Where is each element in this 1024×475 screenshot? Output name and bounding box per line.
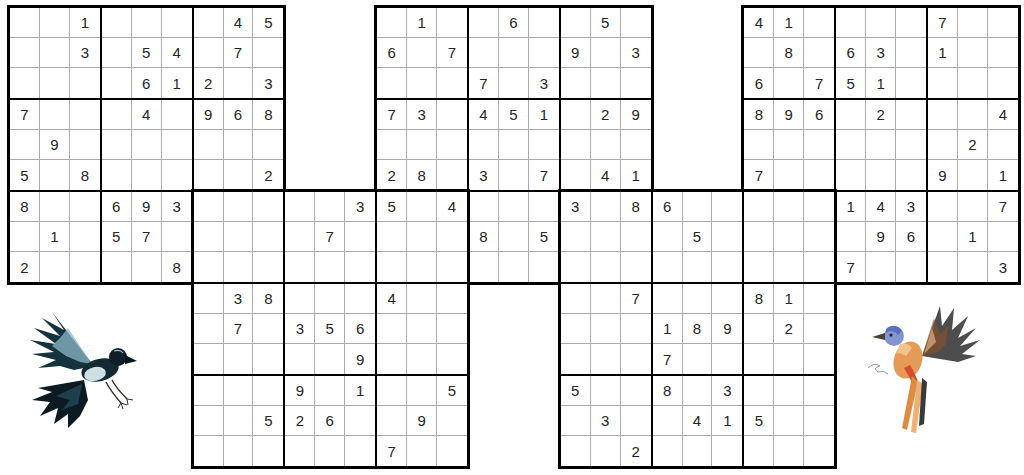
sudoku-cell[interactable] <box>958 8 988 38</box>
sudoku-cell[interactable] <box>315 192 345 222</box>
sudoku-cell[interactable] <box>928 222 958 252</box>
sudoku-cell[interactable] <box>836 8 866 38</box>
sudoku-cell[interactable] <box>194 38 224 68</box>
sudoku-cell[interactable] <box>285 252 315 282</box>
sudoku-cell[interactable] <box>285 436 315 466</box>
sudoku-cell[interactable]: 2 <box>958 130 988 160</box>
sudoku-cell[interactable]: 3 <box>529 68 559 98</box>
sudoku-cell[interactable]: 1 <box>653 314 683 344</box>
sudoku-cell[interactable] <box>437 406 467 436</box>
sudoku-cell[interactable]: 8 <box>253 100 283 130</box>
sudoku-cell[interactable] <box>102 100 132 130</box>
sudoku-cell[interactable]: 6 <box>315 406 345 436</box>
sudoku-cell[interactable] <box>377 376 407 406</box>
sudoku-cell[interactable] <box>653 222 683 252</box>
sudoku-cell[interactable]: 5 <box>683 222 713 252</box>
sudoku-cell[interactable]: 3 <box>285 314 315 344</box>
sudoku-cell[interactable]: 4 <box>591 160 621 190</box>
sudoku-cell[interactable]: 7 <box>836 252 866 282</box>
sudoku-cell[interactable]: 8 <box>744 284 774 314</box>
sudoku-cell[interactable]: 4 <box>132 100 162 130</box>
sudoku-cell[interactable] <box>132 160 162 190</box>
sudoku-cell[interactable] <box>377 130 407 160</box>
sudoku-cell[interactable]: 7 <box>315 222 345 252</box>
sudoku-cell[interactable]: 1 <box>345 376 375 406</box>
sudoku-cell[interactable]: 8 <box>744 100 774 130</box>
sudoku-cell[interactable]: 1 <box>621 160 651 190</box>
sudoku-cell[interactable] <box>744 344 774 374</box>
sudoku-cell[interactable] <box>591 284 621 314</box>
sudoku-cell[interactable]: 7 <box>377 100 407 130</box>
sudoku-cell[interactable]: 7 <box>132 222 162 252</box>
sudoku-cell[interactable]: 6 <box>804 100 834 130</box>
sudoku-cell[interactable]: 3 <box>224 284 254 314</box>
sudoku-cell[interactable] <box>561 160 591 190</box>
sudoku-cell[interactable] <box>621 8 651 38</box>
sudoku-cell[interactable] <box>437 68 467 98</box>
sudoku-cell[interactable]: 3 <box>866 38 896 68</box>
sudoku-cell[interactable] <box>958 68 988 98</box>
sudoku-cell[interactable] <box>683 252 713 282</box>
sudoku-cell[interactable]: 9 <box>132 192 162 222</box>
sudoku-cell[interactable] <box>469 252 499 282</box>
sudoku-cell[interactable] <box>529 8 559 38</box>
sudoku-cell[interactable]: 5 <box>253 8 283 38</box>
sudoku-cell[interactable] <box>40 252 70 282</box>
sudoku-cell[interactable]: 1 <box>928 38 958 68</box>
sudoku-cell[interactable] <box>345 406 375 436</box>
sudoku-cell[interactable] <box>253 38 283 68</box>
sudoku-cell[interactable] <box>591 192 621 222</box>
sudoku-cell[interactable] <box>40 38 70 68</box>
sudoku-cell[interactable]: 1 <box>988 160 1018 190</box>
sudoku-cell[interactable] <box>561 222 591 252</box>
sudoku-cell[interactable] <box>896 160 926 190</box>
sudoku-cell[interactable]: 2 <box>253 160 283 190</box>
sudoku-cell[interactable] <box>469 8 499 38</box>
sudoku-cell[interactable] <box>499 160 529 190</box>
sudoku-cell[interactable] <box>804 192 834 222</box>
sudoku-cell[interactable] <box>253 192 283 222</box>
sudoku-cell[interactable] <box>285 192 315 222</box>
sudoku-cell[interactable] <box>804 376 834 406</box>
sudoku-cell[interactable]: 2 <box>194 68 224 98</box>
sudoku-cell[interactable]: 3 <box>561 192 591 222</box>
sudoku-cell[interactable]: 4 <box>866 192 896 222</box>
sudoku-cell[interactable] <box>683 436 713 466</box>
sudoku-cell[interactable] <box>377 314 407 344</box>
sudoku-cell[interactable] <box>804 130 834 160</box>
sudoku-cell[interactable] <box>345 252 375 282</box>
sudoku-cell[interactable] <box>804 436 834 466</box>
sudoku-cell[interactable] <box>437 8 467 38</box>
sudoku-cell[interactable] <box>988 38 1018 68</box>
sudoku-cell[interactable]: 9 <box>407 406 437 436</box>
sudoku-cell[interactable]: 4 <box>744 8 774 38</box>
sudoku-cell[interactable] <box>194 314 224 344</box>
sudoku-cell[interactable] <box>162 8 192 38</box>
sudoku-cell[interactable]: 7 <box>621 284 651 314</box>
sudoku-cell[interactable]: 9 <box>928 160 958 190</box>
sudoku-cell[interactable] <box>804 406 834 436</box>
sudoku-cell[interactable] <box>407 130 437 160</box>
sudoku-cell[interactable]: 7 <box>653 344 683 374</box>
sudoku-cell[interactable] <box>744 376 774 406</box>
sudoku-cell[interactable] <box>774 344 804 374</box>
sudoku-cell[interactable] <box>529 252 559 282</box>
sudoku-cell[interactable] <box>591 344 621 374</box>
sudoku-cell[interactable] <box>407 38 437 68</box>
sudoku-cell[interactable] <box>377 222 407 252</box>
sudoku-cell[interactable] <box>529 38 559 68</box>
sudoku-cell[interactable] <box>162 100 192 130</box>
sudoku-cell[interactable] <box>40 160 70 190</box>
sudoku-cell[interactable] <box>499 130 529 160</box>
sudoku-cell[interactable]: 3 <box>70 38 100 68</box>
sudoku-cell[interactable]: 5 <box>315 314 345 344</box>
sudoku-cell[interactable] <box>224 130 254 160</box>
sudoku-cell[interactable] <box>377 252 407 282</box>
sudoku-cell[interactable] <box>253 222 283 252</box>
sudoku-cell[interactable] <box>804 222 834 252</box>
sudoku-cell[interactable]: 6 <box>345 314 375 344</box>
sudoku-cell[interactable] <box>896 68 926 98</box>
sudoku-cell[interactable]: 3 <box>988 252 1018 282</box>
sudoku-cell[interactable] <box>712 344 742 374</box>
sudoku-cell[interactable] <box>561 68 591 98</box>
sudoku-cell[interactable]: 6 <box>836 38 866 68</box>
sudoku-cell[interactable]: 6 <box>224 100 254 130</box>
sudoku-cell[interactable]: 4 <box>469 100 499 130</box>
sudoku-cell[interactable] <box>774 192 804 222</box>
sudoku-cell[interactable] <box>561 284 591 314</box>
sudoku-cell[interactable] <box>224 436 254 466</box>
sudoku-cell[interactable]: 2 <box>377 160 407 190</box>
sudoku-cell[interactable] <box>591 436 621 466</box>
sudoku-cell[interactable] <box>162 130 192 160</box>
sudoku-cell[interactable]: 6 <box>499 8 529 38</box>
sudoku-cell[interactable] <box>804 38 834 68</box>
sudoku-cell[interactable] <box>102 130 132 160</box>
sudoku-cell[interactable]: 5 <box>102 222 132 252</box>
sudoku-cell[interactable] <box>621 314 651 344</box>
sudoku-cell[interactable]: 3 <box>162 192 192 222</box>
sudoku-cell[interactable] <box>836 130 866 160</box>
sudoku-cell[interactable] <box>804 284 834 314</box>
sudoku-cell[interactable]: 3 <box>621 38 651 68</box>
sudoku-cell[interactable]: 7 <box>224 38 254 68</box>
sudoku-cell[interactable] <box>40 68 70 98</box>
sudoku-cell[interactable] <box>499 222 529 252</box>
sudoku-cell[interactable]: 8 <box>70 160 100 190</box>
sudoku-cell[interactable] <box>621 252 651 282</box>
sudoku-cell[interactable] <box>407 68 437 98</box>
sudoku-cell[interactable] <box>70 192 100 222</box>
sudoku-cell[interactable]: 3 <box>896 192 926 222</box>
sudoku-cell[interactable] <box>224 192 254 222</box>
sudoku-cell[interactable] <box>683 344 713 374</box>
sudoku-cell[interactable] <box>102 38 132 68</box>
sudoku-cell[interactable]: 6 <box>377 38 407 68</box>
sudoku-cell[interactable] <box>804 160 834 190</box>
sudoku-cell[interactable] <box>958 252 988 282</box>
sudoku-cell[interactable] <box>102 252 132 282</box>
sudoku-cell[interactable] <box>224 160 254 190</box>
sudoku-cell[interactable]: 5 <box>836 68 866 98</box>
sudoku-cell[interactable] <box>253 314 283 344</box>
sudoku-cell[interactable] <box>744 222 774 252</box>
sudoku-cell[interactable] <box>683 284 713 314</box>
sudoku-cell[interactable]: 1 <box>40 222 70 252</box>
sudoku-cell[interactable] <box>499 252 529 282</box>
sudoku-cell[interactable] <box>345 222 375 252</box>
sudoku-cell[interactable] <box>253 252 283 282</box>
sudoku-cell[interactable] <box>162 160 192 190</box>
sudoku-cell[interactable] <box>377 344 407 374</box>
sudoku-cell[interactable]: 9 <box>561 38 591 68</box>
sudoku-cell[interactable] <box>896 100 926 130</box>
sudoku-cell[interactable] <box>40 100 70 130</box>
sudoku-cell[interactable] <box>285 284 315 314</box>
sudoku-cell[interactable]: 1 <box>774 284 804 314</box>
sudoku-cell[interactable] <box>377 8 407 38</box>
sudoku-cell[interactable]: 7 <box>529 160 559 190</box>
sudoku-cell[interactable] <box>132 130 162 160</box>
sudoku-cell[interactable]: 9 <box>712 314 742 344</box>
sudoku-cell[interactable]: 5 <box>529 222 559 252</box>
sudoku-cell[interactable] <box>315 284 345 314</box>
sudoku-cell[interactable] <box>315 376 345 406</box>
sudoku-cell[interactable] <box>774 68 804 98</box>
sudoku-cell[interactable]: 8 <box>653 376 683 406</box>
sudoku-cell[interactable] <box>10 68 40 98</box>
sudoku-cell[interactable] <box>621 130 651 160</box>
sudoku-cell[interactable]: 1 <box>712 406 742 436</box>
sudoku-cell[interactable] <box>194 160 224 190</box>
sudoku-cell[interactable] <box>896 130 926 160</box>
sudoku-cell[interactable] <box>499 192 529 222</box>
sudoku-cell[interactable] <box>836 100 866 130</box>
sudoku-cell[interactable] <box>315 436 345 466</box>
sudoku-cell[interactable] <box>253 376 283 406</box>
sudoku-cell[interactable]: 1 <box>529 100 559 130</box>
sudoku-cell[interactable] <box>561 314 591 344</box>
sudoku-cell[interactable]: 2 <box>774 314 804 344</box>
sudoku-cell[interactable] <box>437 222 467 252</box>
sudoku-cell[interactable] <box>437 436 467 466</box>
sudoku-cell[interactable] <box>774 406 804 436</box>
sudoku-cell[interactable] <box>744 38 774 68</box>
sudoku-cell[interactable] <box>194 8 224 38</box>
sudoku-cell[interactable]: 1 <box>774 8 804 38</box>
sudoku-cell[interactable] <box>774 160 804 190</box>
sudoku-cell[interactable]: 9 <box>774 100 804 130</box>
sudoku-cell[interactable] <box>437 130 467 160</box>
sudoku-cell[interactable]: 1 <box>836 192 866 222</box>
sudoku-cell[interactable]: 8 <box>621 192 651 222</box>
sudoku-cell[interactable]: 8 <box>469 222 499 252</box>
sudoku-cell[interactable]: 8 <box>683 314 713 344</box>
sudoku-cell[interactable] <box>653 284 683 314</box>
sudoku-cell[interactable] <box>10 222 40 252</box>
sudoku-cell[interactable]: 9 <box>40 130 70 160</box>
sudoku-cell[interactable]: 4 <box>683 406 713 436</box>
sudoku-cell[interactable] <box>621 68 651 98</box>
sudoku-cell[interactable] <box>469 38 499 68</box>
sudoku-cell[interactable]: 6 <box>744 68 774 98</box>
sudoku-cell[interactable] <box>377 68 407 98</box>
sudoku-cell[interactable] <box>896 252 926 282</box>
sudoku-cell[interactable] <box>804 8 834 38</box>
sudoku-cell[interactable] <box>621 406 651 436</box>
sudoku-cell[interactable] <box>437 344 467 374</box>
sudoku-cell[interactable]: 8 <box>162 252 192 282</box>
sudoku-cell[interactable]: 7 <box>928 8 958 38</box>
sudoku-cell[interactable]: 7 <box>224 314 254 344</box>
sudoku-cell[interactable] <box>437 314 467 344</box>
sudoku-cell[interactable]: 5 <box>253 406 283 436</box>
sudoku-cell[interactable] <box>253 344 283 374</box>
sudoku-cell[interactable] <box>40 192 70 222</box>
sudoku-cell[interactable] <box>315 252 345 282</box>
sudoku-cell[interactable] <box>437 252 467 282</box>
sudoku-cell[interactable] <box>194 130 224 160</box>
sudoku-cell[interactable] <box>591 314 621 344</box>
sudoku-cell[interactable]: 6 <box>132 68 162 98</box>
sudoku-cell[interactable] <box>591 252 621 282</box>
sudoku-cell[interactable]: 3 <box>253 68 283 98</box>
sudoku-cell[interactable]: 2 <box>621 436 651 466</box>
sudoku-cell[interactable]: 2 <box>591 100 621 130</box>
sudoku-cell[interactable] <box>774 130 804 160</box>
sudoku-cell[interactable] <box>253 436 283 466</box>
sudoku-cell[interactable]: 3 <box>712 376 742 406</box>
sudoku-cell[interactable] <box>836 222 866 252</box>
sudoku-cell[interactable] <box>958 160 988 190</box>
sudoku-cell[interactable] <box>988 8 1018 38</box>
sudoku-cell[interactable]: 3 <box>345 192 375 222</box>
sudoku-cell[interactable] <box>345 284 375 314</box>
sudoku-cell[interactable] <box>928 252 958 282</box>
sudoku-cell[interactable] <box>561 252 591 282</box>
sudoku-cell[interactable] <box>194 284 224 314</box>
sudoku-cell[interactable] <box>499 38 529 68</box>
sudoku-cell[interactable] <box>712 436 742 466</box>
sudoku-cell[interactable] <box>653 406 683 436</box>
sudoku-cell[interactable]: 7 <box>10 100 40 130</box>
sudoku-cell[interactable] <box>866 160 896 190</box>
sudoku-cell[interactable]: 2 <box>285 406 315 436</box>
sudoku-cell[interactable] <box>437 160 467 190</box>
sudoku-cell[interactable] <box>132 252 162 282</box>
sudoku-cell[interactable] <box>407 252 437 282</box>
sudoku-cell[interactable]: 9 <box>621 100 651 130</box>
sudoku-cell[interactable]: 5 <box>377 192 407 222</box>
sudoku-cell[interactable] <box>407 344 437 374</box>
sudoku-cell[interactable] <box>653 436 683 466</box>
sudoku-cell[interactable]: 5 <box>591 8 621 38</box>
sudoku-cell[interactable] <box>10 8 40 38</box>
sudoku-cell[interactable]: 5 <box>132 38 162 68</box>
sudoku-cell[interactable] <box>621 376 651 406</box>
sudoku-cell[interactable] <box>407 284 437 314</box>
sudoku-cell[interactable]: 7 <box>804 68 834 98</box>
sudoku-cell[interactable] <box>958 100 988 130</box>
sudoku-cell[interactable] <box>866 252 896 282</box>
sudoku-cell[interactable] <box>712 252 742 282</box>
sudoku-cell[interactable] <box>744 436 774 466</box>
sudoku-cell[interactable]: 4 <box>988 100 1018 130</box>
sudoku-cell[interactable]: 6 <box>102 192 132 222</box>
sudoku-cell[interactable] <box>744 130 774 160</box>
sudoku-cell[interactable] <box>774 252 804 282</box>
sudoku-cell[interactable] <box>591 68 621 98</box>
sudoku-cell[interactable] <box>621 222 651 252</box>
sudoku-cell[interactable] <box>744 192 774 222</box>
sudoku-cell[interactable]: 3 <box>591 406 621 436</box>
sudoku-cell[interactable] <box>194 376 224 406</box>
sudoku-cell[interactable] <box>712 284 742 314</box>
sudoku-cell[interactable] <box>40 8 70 38</box>
sudoku-cell[interactable]: 4 <box>437 192 467 222</box>
sudoku-cell[interactable] <box>561 130 591 160</box>
sudoku-cell[interactable] <box>437 284 467 314</box>
sudoku-cell[interactable]: 2 <box>866 100 896 130</box>
sudoku-cell[interactable] <box>285 222 315 252</box>
sudoku-cell[interactable]: 8 <box>10 192 40 222</box>
sudoku-cell[interactable]: 7 <box>744 160 774 190</box>
sudoku-cell[interactable]: 8 <box>407 160 437 190</box>
sudoku-cell[interactable] <box>102 8 132 38</box>
sudoku-cell[interactable] <box>499 68 529 98</box>
sudoku-cell[interactable] <box>561 8 591 38</box>
sudoku-cell[interactable] <box>10 38 40 68</box>
sudoku-cell[interactable]: 9 <box>285 376 315 406</box>
sudoku-cell[interactable] <box>683 376 713 406</box>
sudoku-cell[interactable]: 1 <box>70 8 100 38</box>
sudoku-cell[interactable] <box>561 344 591 374</box>
sudoku-cell[interactable]: 1 <box>958 222 988 252</box>
sudoku-cell[interactable] <box>407 376 437 406</box>
sudoku-cell[interactable] <box>377 406 407 436</box>
sudoku-cell[interactable] <box>224 344 254 374</box>
sudoku-cell[interactable] <box>866 130 896 160</box>
sudoku-cell[interactable] <box>407 192 437 222</box>
sudoku-cell[interactable]: 9 <box>194 100 224 130</box>
sudoku-cell[interactable] <box>928 68 958 98</box>
sudoku-cell[interactable] <box>866 8 896 38</box>
sudoku-cell[interactable]: 7 <box>377 436 407 466</box>
sudoku-cell[interactable]: 6 <box>896 222 926 252</box>
sudoku-cell[interactable]: 8 <box>774 38 804 68</box>
sudoku-cell[interactable] <box>712 222 742 252</box>
sudoku-cell[interactable] <box>224 252 254 282</box>
sudoku-cell[interactable]: 9 <box>345 344 375 374</box>
sudoku-cell[interactable]: 1 <box>407 8 437 38</box>
sudoku-cell[interactable] <box>774 436 804 466</box>
sudoku-cell[interactable]: 1 <box>866 68 896 98</box>
sudoku-cell[interactable] <box>224 406 254 436</box>
sudoku-cell[interactable] <box>102 68 132 98</box>
sudoku-cell[interactable]: 9 <box>866 222 896 252</box>
sudoku-cell[interactable] <box>591 222 621 252</box>
sudoku-cell[interactable] <box>744 252 774 282</box>
sudoku-cell[interactable] <box>194 406 224 436</box>
sudoku-cell[interactable]: 6 <box>653 192 683 222</box>
sudoku-cell[interactable]: 8 <box>253 284 283 314</box>
sudoku-cell[interactable] <box>102 160 132 190</box>
sudoku-cell[interactable]: 4 <box>224 8 254 38</box>
